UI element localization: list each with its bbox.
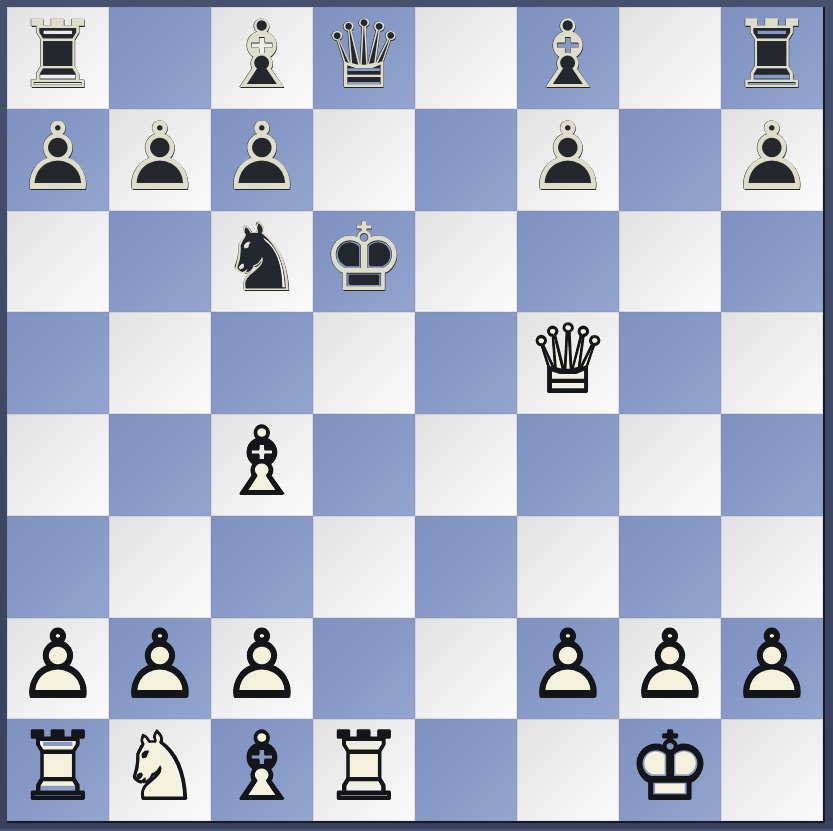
black-rook[interactable]: ♜♖ [7,7,109,109]
piece-outline-layer: ♗ [517,7,619,106]
square-h3[interactable] [721,516,823,618]
square-c4[interactable]: ♝♗ [211,414,313,516]
square-d3[interactable] [313,516,415,618]
square-g1[interactable]: ♚♔ [619,719,721,821]
square-a4[interactable] [7,414,109,516]
square-e5[interactable] [415,312,517,414]
square-b3[interactable] [109,516,211,618]
square-g6[interactable] [619,211,721,313]
square-b5[interactable] [109,312,211,414]
piece-outline-layer: ♙ [517,618,619,717]
piece-outline-layer: ♙ [721,109,823,208]
white-pawn[interactable]: ♟♙ [721,618,823,720]
square-c6[interactable]: ♞♘ [211,211,313,313]
piece-outline-layer: ♙ [7,618,109,717]
piece-outline-layer: ♗ [211,7,313,106]
piece-outline-layer: ♖ [721,7,823,106]
square-e2[interactable] [415,618,517,720]
white-pawn[interactable]: ♟♙ [109,618,211,720]
piece-outline-layer: ♕ [517,312,619,411]
square-c8[interactable]: ♝♗ [211,7,313,109]
square-d2[interactable] [313,618,415,720]
square-d4[interactable] [313,414,415,516]
square-e4[interactable] [415,414,517,516]
square-d6[interactable]: ♚♔ [313,211,415,313]
square-d1[interactable]: ♜♖ [313,719,415,821]
piece-outline-layer: ♖ [313,719,415,818]
square-c3[interactable] [211,516,313,618]
square-a2[interactable]: ♟♙ [7,618,109,720]
white-bishop[interactable]: ♝♗ [211,414,313,516]
black-pawn[interactable]: ♟♙ [211,109,313,211]
square-g5[interactable] [619,312,721,414]
piece-outline-layer: ♖ [7,719,109,818]
piece-outline-layer: ♙ [211,618,313,717]
white-rook[interactable]: ♜♖ [313,719,415,821]
chess-board: ♜♖♝♗♛♕♝♗♜♖♟♙♟♙♟♙♟♙♟♙♞♘♚♔♛♕♝♗♟♙♟♙♟♙♟♙♟♙♟♙… [7,7,825,823]
white-pawn[interactable]: ♟♙ [211,618,313,720]
square-d7[interactable] [313,109,415,211]
piece-outline-layer: ♘ [211,211,313,310]
square-g2[interactable]: ♟♙ [619,618,721,720]
square-g3[interactable] [619,516,721,618]
piece-outline-layer: ♔ [619,719,721,818]
square-e1[interactable] [415,719,517,821]
square-e8[interactable] [415,7,517,109]
square-b2[interactable]: ♟♙ [109,618,211,720]
piece-outline-layer: ♙ [721,618,823,717]
piece-outline-layer: ♖ [7,7,109,106]
board-frame: ♜♖♝♗♛♕♝♗♜♖♟♙♟♙♟♙♟♙♟♙♞♘♚♔♛♕♝♗♟♙♟♙♟♙♟♙♟♙♟♙… [0,0,833,831]
black-rook[interactable]: ♜♖ [721,7,823,109]
piece-outline-layer: ♙ [109,109,211,208]
white-pawn[interactable]: ♟♙ [517,618,619,720]
white-rook[interactable]: ♜♖ [7,719,109,821]
black-king[interactable]: ♚♔ [313,211,415,313]
square-b7[interactable]: ♟♙ [109,109,211,211]
white-bishop[interactable]: ♝♗ [211,719,313,821]
square-h7[interactable]: ♟♙ [721,109,823,211]
square-a7[interactable]: ♟♙ [7,109,109,211]
square-e6[interactable] [415,211,517,313]
square-a3[interactable] [7,516,109,618]
piece-outline-layer: ♙ [211,109,313,208]
square-c1[interactable]: ♝♗ [211,719,313,821]
square-a8[interactable]: ♜♖ [7,7,109,109]
square-f4[interactable] [517,414,619,516]
piece-outline-layer: ♙ [517,109,619,208]
square-f3[interactable] [517,516,619,618]
square-a5[interactable] [7,312,109,414]
piece-outline-layer: ♕ [313,7,415,106]
piece-outline-layer: ♙ [619,618,721,717]
piece-outline-layer: ♔ [313,211,415,310]
square-h6[interactable] [721,211,823,313]
piece-outline-layer: ♙ [109,618,211,717]
black-pawn[interactable]: ♟♙ [517,109,619,211]
black-knight[interactable]: ♞♘ [211,211,313,313]
square-a1[interactable]: ♜♖ [7,719,109,821]
square-e7[interactable] [415,109,517,211]
black-pawn[interactable]: ♟♙ [109,109,211,211]
square-g7[interactable] [619,109,721,211]
piece-outline-layer: ♙ [7,109,109,208]
square-e3[interactable] [415,516,517,618]
square-b1[interactable]: ♞♘ [109,719,211,821]
square-b4[interactable] [109,414,211,516]
square-f6[interactable] [517,211,619,313]
white-pawn[interactable]: ♟♙ [7,618,109,720]
square-h4[interactable] [721,414,823,516]
black-queen[interactable]: ♛♕ [313,7,415,109]
square-c7[interactable]: ♟♙ [211,109,313,211]
square-d8[interactable]: ♛♕ [313,7,415,109]
white-knight[interactable]: ♞♘ [109,719,211,821]
square-g4[interactable] [619,414,721,516]
square-g8[interactable] [619,7,721,109]
square-c5[interactable] [211,312,313,414]
square-c2[interactable]: ♟♙ [211,618,313,720]
black-bishop[interactable]: ♝♗ [211,7,313,109]
square-h1[interactable] [721,719,823,821]
square-f8[interactable]: ♝♗ [517,7,619,109]
piece-outline-layer: ♗ [211,719,313,818]
white-king[interactable]: ♚♔ [619,719,721,821]
black-bishop[interactable]: ♝♗ [517,7,619,109]
square-a6[interactable] [7,211,109,313]
square-f1[interactable] [517,719,619,821]
white-pawn[interactable]: ♟♙ [619,618,721,720]
square-f5[interactable]: ♛♕ [517,312,619,414]
square-h8[interactable]: ♜♖ [721,7,823,109]
square-f2[interactable]: ♟♙ [517,618,619,720]
square-b8[interactable] [109,7,211,109]
square-h2[interactable]: ♟♙ [721,618,823,720]
black-pawn[interactable]: ♟♙ [7,109,109,211]
square-f7[interactable]: ♟♙ [517,109,619,211]
square-b6[interactable] [109,211,211,313]
black-pawn[interactable]: ♟♙ [721,109,823,211]
piece-outline-layer: ♘ [109,719,211,818]
square-h5[interactable] [721,312,823,414]
square-d5[interactable] [313,312,415,414]
piece-outline-layer: ♗ [211,414,313,513]
white-queen[interactable]: ♛♕ [517,312,619,414]
